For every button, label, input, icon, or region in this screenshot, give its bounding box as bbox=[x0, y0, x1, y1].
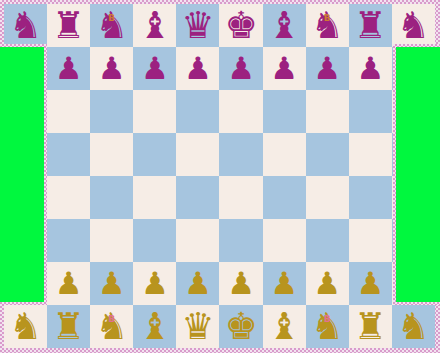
white-pawn[interactable]: ♟ bbox=[270, 268, 298, 299]
square-d7[interactable]: ♟ bbox=[176, 47, 219, 90]
corner-tile: ♞ bbox=[392, 4, 435, 47]
square-c5[interactable] bbox=[133, 133, 176, 176]
black-king[interactable]: ♚ bbox=[224, 7, 257, 44]
black-rook[interactable]: ♜ bbox=[354, 7, 387, 44]
square-a3[interactable] bbox=[47, 219, 90, 262]
square-h8[interactable]: ♜ bbox=[349, 4, 392, 47]
square-e3[interactable] bbox=[219, 219, 262, 262]
black-pawn[interactable]: ♟ bbox=[55, 53, 83, 84]
square-e5[interactable] bbox=[219, 133, 262, 176]
white-bishop[interactable]: ♝ bbox=[138, 308, 171, 345]
square-f1[interactable]: ♝ bbox=[263, 305, 306, 348]
square-c7[interactable]: ♟ bbox=[133, 47, 176, 90]
square-c1[interactable]: ♝ bbox=[133, 305, 176, 348]
white-knight[interactable]: ♞B bbox=[95, 308, 128, 345]
black-knight[interactable]: ♞B bbox=[95, 7, 128, 44]
square-h6[interactable] bbox=[349, 90, 392, 133]
square-f4[interactable] bbox=[263, 176, 306, 219]
knight-badge-letter: B bbox=[108, 315, 115, 324]
square-b1[interactable]: ♞B bbox=[90, 305, 133, 348]
white-bishop[interactable]: ♝ bbox=[268, 308, 301, 345]
black-pawn[interactable]: ♟ bbox=[313, 53, 341, 84]
square-b5[interactable] bbox=[90, 133, 133, 176]
black-pawn[interactable]: ♟ bbox=[184, 53, 212, 84]
black-pawn[interactable]: ♟ bbox=[141, 53, 169, 84]
white-knight[interactable]: ♞B bbox=[311, 308, 344, 345]
chess-board-window: ♞♜♞B♝♛♚♝♞B♜♞♟♟♟♟♟♟♟♟♟♟♟♟♟♟♟♟♞♜♞B♝♛♚♝♞B♜♞ bbox=[0, 0, 440, 353]
square-g6[interactable] bbox=[306, 90, 349, 133]
square-f8[interactable]: ♝ bbox=[263, 4, 306, 47]
side-panel-right-border bbox=[393, 44, 440, 305]
square-h1[interactable]: ♜ bbox=[349, 305, 392, 348]
square-d2[interactable]: ♟ bbox=[176, 262, 219, 305]
square-g1[interactable]: ♞B bbox=[306, 305, 349, 348]
square-b6[interactable] bbox=[90, 90, 133, 133]
white-king[interactable]: ♚ bbox=[224, 308, 257, 345]
decorative-knight-icon: ♞ bbox=[397, 308, 430, 345]
square-d8[interactable]: ♛ bbox=[176, 4, 219, 47]
white-pawn[interactable]: ♟ bbox=[98, 268, 126, 299]
black-bishop[interactable]: ♝ bbox=[268, 7, 301, 44]
side-panel-left-border bbox=[0, 44, 47, 305]
square-d4[interactable] bbox=[176, 176, 219, 219]
square-c4[interactable] bbox=[133, 176, 176, 219]
square-h4[interactable] bbox=[349, 176, 392, 219]
square-f5[interactable] bbox=[263, 133, 306, 176]
square-a7[interactable]: ♟ bbox=[47, 47, 90, 90]
square-f3[interactable] bbox=[263, 219, 306, 262]
square-e2[interactable]: ♟ bbox=[219, 262, 262, 305]
knight-badge-letter: B bbox=[324, 14, 331, 23]
square-e6[interactable] bbox=[219, 90, 262, 133]
square-f2[interactable]: ♟ bbox=[263, 262, 306, 305]
square-g8[interactable]: ♞B bbox=[306, 4, 349, 47]
black-bishop[interactable]: ♝ bbox=[138, 7, 171, 44]
white-pawn[interactable]: ♟ bbox=[141, 268, 169, 299]
decorative-knight-icon: ♞ bbox=[397, 7, 430, 44]
square-h2[interactable]: ♟ bbox=[349, 262, 392, 305]
black-pawn[interactable]: ♟ bbox=[227, 53, 255, 84]
square-c3[interactable] bbox=[133, 219, 176, 262]
square-b2[interactable]: ♟ bbox=[90, 262, 133, 305]
decorative-knight-icon: ♞ bbox=[9, 7, 42, 44]
white-rook[interactable]: ♜ bbox=[52, 308, 85, 345]
square-a5[interactable] bbox=[47, 133, 90, 176]
white-pawn[interactable]: ♟ bbox=[356, 268, 384, 299]
square-d5[interactable] bbox=[176, 133, 219, 176]
square-e4[interactable] bbox=[219, 176, 262, 219]
black-pawn[interactable]: ♟ bbox=[270, 53, 298, 84]
side-panel-right bbox=[396, 47, 440, 302]
square-a2[interactable]: ♟ bbox=[47, 262, 90, 305]
square-d1[interactable]: ♛ bbox=[176, 305, 219, 348]
white-pawn[interactable]: ♟ bbox=[227, 268, 255, 299]
square-e8[interactable]: ♚ bbox=[219, 4, 262, 47]
chess-board: ♞♜♞B♝♛♚♝♞B♜♞♟♟♟♟♟♟♟♟♟♟♟♟♟♟♟♟♞♜♞B♝♛♚♝♞B♜♞ bbox=[4, 4, 435, 348]
black-queen[interactable]: ♛ bbox=[181, 7, 214, 44]
black-rook[interactable]: ♜ bbox=[52, 7, 85, 44]
side-panel-left bbox=[0, 47, 44, 302]
square-a1[interactable]: ♜ bbox=[47, 305, 90, 348]
square-e1[interactable]: ♚ bbox=[219, 305, 262, 348]
square-b7[interactable]: ♟ bbox=[90, 47, 133, 90]
square-g2[interactable]: ♟ bbox=[306, 262, 349, 305]
square-d6[interactable] bbox=[176, 90, 219, 133]
square-c6[interactable] bbox=[133, 90, 176, 133]
square-f7[interactable]: ♟ bbox=[263, 47, 306, 90]
square-c2[interactable]: ♟ bbox=[133, 262, 176, 305]
square-f6[interactable] bbox=[263, 90, 306, 133]
square-b8[interactable]: ♞B bbox=[90, 4, 133, 47]
white-rook[interactable]: ♜ bbox=[354, 308, 387, 345]
square-b3[interactable] bbox=[90, 219, 133, 262]
square-e7[interactable]: ♟ bbox=[219, 47, 262, 90]
corner-tile: ♞ bbox=[4, 4, 47, 47]
square-a4[interactable] bbox=[47, 176, 90, 219]
knight-badge-letter: B bbox=[324, 315, 331, 324]
square-h3[interactable] bbox=[349, 219, 392, 262]
square-g3[interactable] bbox=[306, 219, 349, 262]
black-knight[interactable]: ♞B bbox=[311, 7, 344, 44]
square-b4[interactable] bbox=[90, 176, 133, 219]
square-d3[interactable] bbox=[176, 219, 219, 262]
black-pawn[interactable]: ♟ bbox=[356, 53, 384, 84]
corner-tile: ♞ bbox=[392, 305, 435, 348]
white-pawn[interactable]: ♟ bbox=[313, 268, 341, 299]
square-h5[interactable] bbox=[349, 133, 392, 176]
square-h7[interactable]: ♟ bbox=[349, 47, 392, 90]
white-queen[interactable]: ♛ bbox=[181, 308, 214, 345]
square-g5[interactable] bbox=[306, 133, 349, 176]
square-c8[interactable]: ♝ bbox=[133, 4, 176, 47]
knight-badge-letter: B bbox=[108, 14, 115, 23]
white-pawn[interactable]: ♟ bbox=[55, 268, 83, 299]
square-a6[interactable] bbox=[47, 90, 90, 133]
square-g7[interactable]: ♟ bbox=[306, 47, 349, 90]
black-pawn[interactable]: ♟ bbox=[98, 53, 126, 84]
corner-tile: ♞ bbox=[4, 305, 47, 348]
square-g4[interactable] bbox=[306, 176, 349, 219]
decorative-knight-icon: ♞ bbox=[9, 308, 42, 345]
white-pawn[interactable]: ♟ bbox=[184, 268, 212, 299]
square-a8[interactable]: ♜ bbox=[47, 4, 90, 47]
